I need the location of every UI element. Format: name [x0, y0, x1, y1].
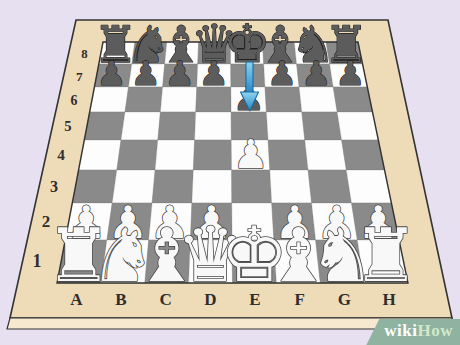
rank-label-4: 4	[57, 146, 65, 163]
square-b5	[121, 112, 160, 140]
piece-white-pawn-e4: ♟	[233, 131, 268, 177]
square-h5	[337, 112, 378, 140]
wikihow-logo-wiki: wiki	[384, 321, 417, 340]
rank-label-5: 5	[64, 118, 71, 134]
wikihow-logo: wikiHow	[366, 319, 460, 345]
square-c5	[158, 112, 196, 140]
piece-black-pawn-g7: ♟	[301, 54, 331, 93]
square-c4	[155, 140, 195, 170]
square-f4	[268, 140, 308, 170]
piece-black-pawn-h7: ♟	[335, 54, 365, 93]
rank-label-6: 6	[70, 93, 77, 108]
piece-black-pawn-a7: ♟	[97, 54, 127, 93]
square-d4	[193, 140, 231, 170]
piece-white-rook-h1: ♜	[353, 212, 419, 298]
rank-label-1: 1	[32, 251, 41, 271]
piece-black-pawn-f7: ♟	[267, 54, 297, 93]
piece-black-pawn-b7: ♟	[131, 54, 161, 93]
rank-label-3: 3	[50, 178, 58, 195]
rank-label-8: 8	[81, 47, 87, 61]
square-d5	[195, 112, 232, 140]
square-a4	[79, 140, 121, 170]
square-a5	[84, 112, 125, 140]
piece-black-pawn-d7: ♟	[199, 54, 229, 93]
wikihow-logo-how: How	[418, 321, 454, 340]
square-b4	[117, 140, 158, 170]
square-g4	[305, 140, 347, 170]
piece-black-pawn-c7: ♟	[165, 54, 195, 93]
square-f5	[266, 112, 304, 140]
chess-board: 87654321ABCDEFGH♜♞♝♛♚♝♞♜♟♟♟♟♟♟♟♟♟♟♟♟♟♟♟♟…	[0, 0, 460, 345]
rank-label-7: 7	[76, 69, 83, 84]
square-g5	[302, 112, 342, 140]
chess-illustration-scene: 87654321ABCDEFGH♜♞♝♛♚♝♞♜♟♟♟♟♟♟♟♟♟♟♟♟♟♟♟♟…	[0, 0, 460, 345]
square-h4	[342, 140, 385, 170]
